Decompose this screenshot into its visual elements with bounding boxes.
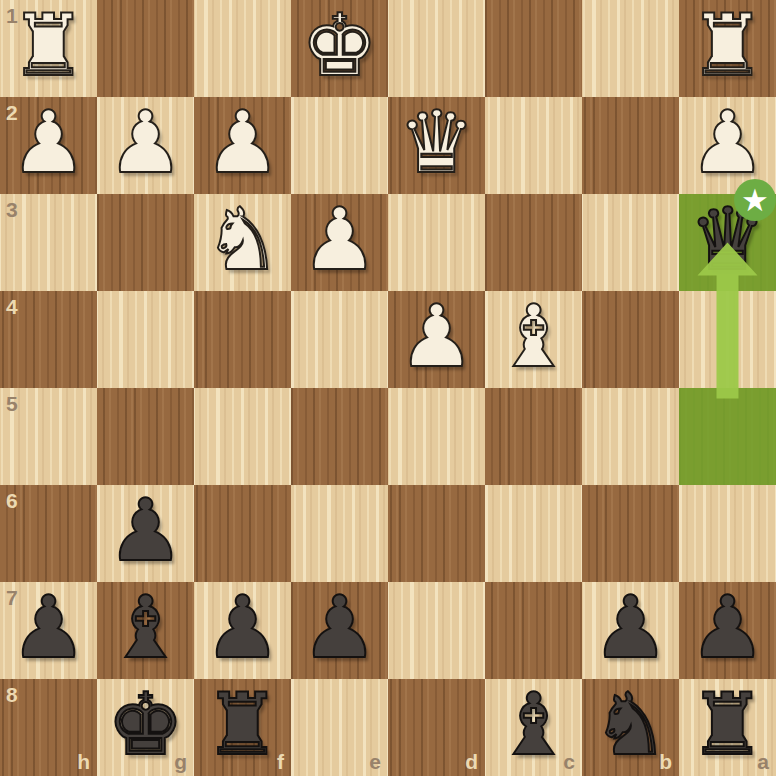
square-f5[interactable] — [194, 388, 291, 485]
square-g5[interactable] — [97, 388, 194, 485]
piece-white-bishop-c4[interactable]: ♝ — [485, 288, 582, 385]
square-g2[interactable]: ♟ — [97, 97, 194, 194]
square-d8[interactable]: d — [388, 679, 485, 776]
square-h8[interactable]: 8h — [0, 679, 97, 776]
square-h1[interactable]: ♜1 — [0, 0, 97, 97]
piece-white-rook-a1[interactable]: ♜ — [679, 0, 776, 94]
square-e2[interactable] — [291, 97, 388, 194]
square-e6[interactable] — [291, 485, 388, 582]
file-label-f: f — [277, 751, 284, 772]
square-b1[interactable] — [582, 0, 679, 97]
square-c7[interactable] — [485, 582, 582, 679]
file-label-e: e — [369, 751, 381, 772]
square-c3[interactable] — [485, 194, 582, 291]
square-a8[interactable]: ♜a — [679, 679, 776, 776]
rank-label-7: 7 — [6, 587, 18, 608]
square-a3[interactable]: ♛ — [679, 194, 776, 291]
square-d1[interactable] — [388, 0, 485, 97]
file-label-b: b — [659, 751, 672, 772]
file-label-a: a — [757, 751, 769, 772]
square-c1[interactable] — [485, 0, 582, 97]
square-f4[interactable] — [194, 291, 291, 388]
square-b2[interactable] — [582, 97, 679, 194]
piece-white-pawn-f2[interactable]: ♟ — [194, 94, 291, 191]
square-d5[interactable] — [388, 388, 485, 485]
square-f1[interactable] — [194, 0, 291, 97]
square-g6[interactable]: ♟ — [97, 485, 194, 582]
piece-white-queen-d2[interactable]: ♛ — [388, 94, 485, 191]
rank-label-4: 4 — [6, 296, 18, 317]
square-f8[interactable]: ♜f — [194, 679, 291, 776]
highlight-a5 — [679, 388, 776, 485]
square-a7[interactable]: ♟ — [679, 582, 776, 679]
square-h7[interactable]: ♟7 — [0, 582, 97, 679]
piece-white-pawn-d4[interactable]: ♟ — [388, 288, 485, 385]
square-b5[interactable] — [582, 388, 679, 485]
square-a2[interactable]: ♟ — [679, 97, 776, 194]
square-c8[interactable]: ♝c — [485, 679, 582, 776]
square-d4[interactable]: ♟ — [388, 291, 485, 388]
square-b4[interactable] — [582, 291, 679, 388]
square-a5[interactable] — [679, 388, 776, 485]
piece-black-pawn-g6[interactable]: ♟ — [97, 482, 194, 579]
file-label-g: g — [174, 751, 187, 772]
square-e8[interactable]: e — [291, 679, 388, 776]
piece-black-bishop-g7[interactable]: ♝ — [97, 579, 194, 676]
piece-white-pawn-a2[interactable]: ♟ — [679, 94, 776, 191]
piece-white-king-e1[interactable]: ♚ — [291, 0, 388, 94]
piece-black-pawn-f7[interactable]: ♟ — [194, 579, 291, 676]
square-b8[interactable]: ♞b — [582, 679, 679, 776]
square-b6[interactable] — [582, 485, 679, 582]
square-f3[interactable]: ♞ — [194, 194, 291, 291]
piece-white-pawn-e3[interactable]: ♟ — [291, 191, 388, 288]
square-g7[interactable]: ♝ — [97, 582, 194, 679]
piece-white-knight-f3[interactable]: ♞ — [194, 191, 291, 288]
square-a1[interactable]: ♜ — [679, 0, 776, 97]
square-c5[interactable] — [485, 388, 582, 485]
square-b3[interactable] — [582, 194, 679, 291]
rank-label-6: 6 — [6, 490, 18, 511]
rank-label-1: 1 — [6, 5, 18, 26]
square-g3[interactable] — [97, 194, 194, 291]
square-c6[interactable] — [485, 485, 582, 582]
square-f2[interactable]: ♟ — [194, 97, 291, 194]
rank-label-5: 5 — [6, 393, 18, 414]
square-c4[interactable]: ♝ — [485, 291, 582, 388]
file-label-d: d — [465, 751, 478, 772]
rank-label-2: 2 — [6, 102, 18, 123]
piece-black-pawn-a7[interactable]: ♟ — [679, 579, 776, 676]
file-label-h: h — [77, 751, 90, 772]
piece-black-pawn-e7[interactable]: ♟ — [291, 579, 388, 676]
square-d2[interactable]: ♛ — [388, 97, 485, 194]
square-e4[interactable] — [291, 291, 388, 388]
square-f6[interactable] — [194, 485, 291, 582]
square-h2[interactable]: ♟2 — [0, 97, 97, 194]
square-a6[interactable] — [679, 485, 776, 582]
square-a4[interactable] — [679, 291, 776, 388]
piece-black-queen-a3[interactable]: ♛ — [679, 191, 776, 288]
chess-board: ★ ♜1♚♜♟2♟♟♛♟3♞♟♛4♟♝56♟♟7♝♟♟♟♟8h♚g♜fed♝c♞… — [0, 0, 776, 776]
square-f7[interactable]: ♟ — [194, 582, 291, 679]
piece-white-pawn-g2[interactable]: ♟ — [97, 94, 194, 191]
square-e1[interactable]: ♚ — [291, 0, 388, 97]
square-d7[interactable] — [388, 582, 485, 679]
square-g8[interactable]: ♚g — [97, 679, 194, 776]
square-c2[interactable] — [485, 97, 582, 194]
square-g1[interactable] — [97, 0, 194, 97]
square-g4[interactable] — [97, 291, 194, 388]
square-e3[interactable]: ♟ — [291, 194, 388, 291]
file-label-c: c — [563, 751, 575, 772]
square-h5[interactable]: 5 — [0, 388, 97, 485]
rank-label-3: 3 — [6, 199, 18, 220]
square-h3[interactable]: 3 — [0, 194, 97, 291]
square-b7[interactable]: ♟ — [582, 582, 679, 679]
rank-label-8: 8 — [6, 684, 18, 705]
piece-black-pawn-b7[interactable]: ♟ — [582, 579, 679, 676]
square-e5[interactable] — [291, 388, 388, 485]
square-d6[interactable] — [388, 485, 485, 582]
square-h6[interactable]: 6 — [0, 485, 97, 582]
square-h4[interactable]: 4 — [0, 291, 97, 388]
square-e7[interactable]: ♟ — [291, 582, 388, 679]
square-d3[interactable] — [388, 194, 485, 291]
